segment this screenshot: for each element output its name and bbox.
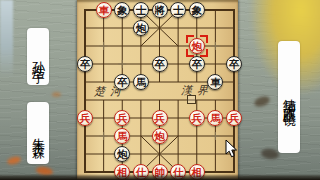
xiangqi-board[interactable]: 楚河 漢界 車象士將士象炮炮卒卒卒卒卒馬車兵兵兵兵馬兵馬炮炮相仕帥仕相: [77, 0, 238, 180]
piece-black-soldier[interactable]: 卒: [77, 56, 93, 72]
piece-red-cannon[interactable]: 炮: [152, 128, 168, 144]
piece-black-cannon[interactable]: 炮: [133, 20, 149, 36]
piece-black-soldier[interactable]: 卒: [114, 74, 130, 90]
video-frame: 楚河 漢界 車象士將士象炮炮卒卒卒卒卒馬車兵兵兵兵馬兵馬炮炮相仕帥仕相 孙浩宇 …: [0, 0, 320, 180]
piece-black-soldier[interactable]: 卒: [226, 56, 242, 72]
piece-black-advisor[interactable]: 士: [170, 2, 186, 18]
water-light-streak: [0, 0, 13, 78]
piece-red-soldier[interactable]: 兵: [189, 110, 205, 126]
player-name-plate-bottom: 朱贵森: [27, 102, 49, 164]
player-name-top: 孙浩宇: [29, 51, 47, 63]
piece-black-soldier[interactable]: 卒: [189, 56, 205, 72]
piece-red-chariot[interactable]: 車: [96, 2, 112, 18]
piece-black-elephant[interactable]: 象: [114, 2, 130, 18]
player-name-plate-top: 孙浩宇: [27, 28, 49, 85]
last-move-origin-marker: [187, 95, 196, 104]
caption-plate-right: 结局大跌眼镜: [278, 41, 300, 153]
piece-red-soldier[interactable]: 兵: [77, 110, 93, 126]
piece-black-general[interactable]: 將: [152, 2, 168, 18]
piece-red-horse[interactable]: 馬: [207, 110, 223, 126]
piece-black-advisor[interactable]: 士: [133, 2, 149, 18]
player-name-bottom: 朱贵森: [29, 127, 47, 139]
piece-red-soldier[interactable]: 兵: [152, 110, 168, 126]
mouse-cursor-icon: [225, 140, 238, 158]
piece-red-cannon[interactable]: 炮: [189, 38, 205, 54]
piece-black-chariot[interactable]: 車: [207, 74, 223, 90]
bottom-shadow-band: [0, 174, 320, 180]
caption-text: 结局大跌眼镜: [280, 88, 298, 106]
piece-red-soldier[interactable]: 兵: [114, 110, 130, 126]
piece-black-horse[interactable]: 馬: [133, 74, 149, 90]
piece-red-soldier[interactable]: 兵: [226, 110, 242, 126]
piece-black-cannon[interactable]: 炮: [114, 146, 130, 162]
piece-black-elephant[interactable]: 象: [189, 2, 205, 18]
piece-black-soldier[interactable]: 卒: [152, 56, 168, 72]
piece-red-horse[interactable]: 馬: [114, 128, 130, 144]
koi-fish: [52, 92, 61, 97]
